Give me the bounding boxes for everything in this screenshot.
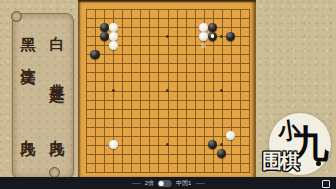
fullscreen-icon[interactable] — [322, 180, 330, 188]
stone-black-C17 — [100, 23, 109, 32]
board-grid[interactable] — [86, 9, 250, 173]
scroll-knob-top-icon — [11, 11, 22, 22]
logo-dot-icon — [316, 161, 321, 166]
black-player-label: 黑 — [20, 25, 35, 27]
player-control-bar[interactable]: 2倍 中国1 — [0, 177, 336, 189]
stone-white-D15 — [109, 41, 118, 50]
stone-color-toggle[interactable] — [158, 180, 172, 187]
speed-label[interactable]: 2倍 — [145, 180, 154, 186]
app-frame: 白 芈昱廷 九段 黑 连笑 九段 小 九 围棋 2倍 中国1 — [0, 0, 336, 189]
white-player-name: 芈昱廷 — [49, 72, 64, 78]
stone-white-O17 — [199, 23, 208, 32]
stone-white-R5 — [226, 131, 235, 140]
bar-left-dash — [132, 183, 141, 184]
black-player-name: 连笑 — [20, 56, 35, 60]
bar-right-dash — [195, 183, 204, 184]
toggle-knob-icon — [159, 181, 164, 186]
white-player-label: 白 — [49, 24, 64, 26]
stone-white-O16 — [199, 32, 208, 41]
rule-label[interactable]: 中国1 — [176, 180, 191, 186]
star-point — [220, 89, 223, 92]
player-scroll: 白 芈昱廷 九段 黑 连笑 九段 — [12, 13, 74, 179]
stone-black-C16 — [100, 32, 109, 41]
stone-black-P16 — [208, 32, 217, 41]
logo-char-bottom: 围棋 — [262, 148, 298, 175]
stone-black-P4 — [208, 140, 217, 149]
star-point — [166, 89, 169, 92]
stone-black-B14 — [90, 50, 99, 59]
stone-black-P17 — [208, 23, 217, 32]
star-point — [166, 143, 169, 146]
stone-white-D4 — [109, 140, 118, 149]
faint-marker — [201, 43, 206, 48]
go-board[interactable] — [78, 0, 256, 177]
star-point — [220, 143, 223, 146]
channel-logo: 小 九 围棋 — [269, 113, 331, 175]
white-player-rank: 九段 — [49, 128, 64, 132]
black-player-rank: 九段 — [20, 128, 35, 132]
star-point — [166, 35, 169, 38]
player-bar-center-controls: 2倍 中国1 — [132, 177, 205, 189]
stone-white-D17 — [109, 23, 118, 32]
star-point — [112, 89, 115, 92]
stone-black-R16 — [226, 32, 235, 41]
stone-black-Q3 — [217, 149, 226, 158]
star-point — [220, 35, 223, 38]
stone-white-D16 — [109, 32, 118, 41]
last-move-marker — [211, 34, 214, 37]
